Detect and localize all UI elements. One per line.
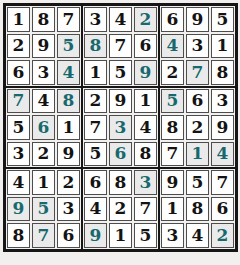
cell-r8c7[interactable]: 1 (161, 197, 184, 222)
cell-r5c7[interactable]: 8 (161, 115, 184, 140)
cell-r9c9[interactable]: 2 (211, 223, 234, 248)
cell-r7c8[interactable]: 5 (186, 170, 209, 195)
cell-r9c1[interactable]: 8 (7, 223, 30, 248)
cell-r5c6[interactable]: 4 (134, 115, 157, 140)
cell-r7c4[interactable]: 6 (84, 170, 107, 195)
cell-r1c1[interactable]: 1 (7, 7, 30, 32)
cell-r6c9[interactable]: 4 (211, 142, 234, 167)
cell-r6c7[interactable]: 7 (161, 142, 184, 167)
box-1: 187295634 (6, 6, 81, 86)
cell-r2c3[interactable]: 5 (57, 34, 80, 59)
cell-r5c2[interactable]: 6 (32, 115, 55, 140)
cell-r4c4[interactable]: 2 (84, 89, 107, 114)
cell-r8c3[interactable]: 3 (57, 197, 80, 222)
cell-r6c2[interactable]: 2 (32, 142, 55, 167)
cell-r8c8[interactable]: 8 (186, 197, 209, 222)
cell-r5c1[interactable]: 5 (7, 115, 30, 140)
box-7: 412953876 (6, 169, 81, 249)
cell-r2c9[interactable]: 1 (211, 34, 234, 59)
box-4: 748561329 (6, 88, 81, 168)
cell-r8c1[interactable]: 9 (7, 197, 30, 222)
cell-r5c4[interactable]: 7 (84, 115, 107, 140)
cell-r3c6[interactable]: 9 (134, 60, 157, 85)
cell-r4c5[interactable]: 9 (109, 89, 132, 114)
cell-r8c5[interactable]: 2 (109, 197, 132, 222)
cell-r7c6[interactable]: 3 (134, 170, 157, 195)
cell-r7c9[interactable]: 7 (211, 170, 234, 195)
cell-r9c4[interactable]: 9 (84, 223, 107, 248)
cell-r4c2[interactable]: 4 (32, 89, 55, 114)
cell-r8c2[interactable]: 5 (32, 197, 55, 222)
cell-r4c3[interactable]: 8 (57, 89, 80, 114)
cell-r3c3[interactable]: 4 (57, 60, 80, 85)
cell-r1c6[interactable]: 2 (134, 7, 157, 32)
cell-r9c3[interactable]: 6 (57, 223, 80, 248)
cell-r6c8[interactable]: 1 (186, 142, 209, 167)
cell-r7c2[interactable]: 1 (32, 170, 55, 195)
cell-r8c9[interactable]: 6 (211, 197, 234, 222)
cell-r2c6[interactable]: 6 (134, 34, 157, 59)
cell-r9c6[interactable]: 5 (134, 223, 157, 248)
cell-r3c1[interactable]: 6 (7, 60, 30, 85)
cell-r2c5[interactable]: 7 (109, 34, 132, 59)
cell-r9c5[interactable]: 1 (109, 223, 132, 248)
cell-r3c7[interactable]: 2 (161, 60, 184, 85)
box-9: 957186342 (160, 169, 235, 249)
cell-r8c6[interactable]: 7 (134, 197, 157, 222)
cell-r2c4[interactable]: 8 (84, 34, 107, 59)
cell-r7c7[interactable]: 9 (161, 170, 184, 195)
box-3: 695431278 (160, 6, 235, 86)
cell-r7c5[interactable]: 8 (109, 170, 132, 195)
cell-r4c9[interactable]: 3 (211, 89, 234, 114)
cell-r4c6[interactable]: 1 (134, 89, 157, 114)
cell-r5c5[interactable]: 3 (109, 115, 132, 140)
cell-r4c7[interactable]: 5 (161, 89, 184, 114)
cell-r2c2[interactable]: 9 (32, 34, 55, 59)
cell-r2c1[interactable]: 2 (7, 34, 30, 59)
cell-r6c4[interactable]: 5 (84, 142, 107, 167)
cell-r3c2[interactable]: 3 (32, 60, 55, 85)
cell-r7c3[interactable]: 2 (57, 170, 80, 195)
cell-r9c7[interactable]: 3 (161, 223, 184, 248)
sudoku-board: 1872956343428761596954312787485613292917… (3, 3, 238, 252)
cell-r1c7[interactable]: 6 (161, 7, 184, 32)
cell-r1c3[interactable]: 7 (57, 7, 80, 32)
cell-r2c8[interactable]: 3 (186, 34, 209, 59)
cell-r8c4[interactable]: 4 (84, 197, 107, 222)
cell-r1c4[interactable]: 3 (84, 7, 107, 32)
cell-r1c2[interactable]: 8 (32, 7, 55, 32)
cell-r5c8[interactable]: 2 (186, 115, 209, 140)
cell-r6c3[interactable]: 9 (57, 142, 80, 167)
cell-r7c1[interactable]: 4 (7, 170, 30, 195)
cell-r3c4[interactable]: 1 (84, 60, 107, 85)
cell-r3c9[interactable]: 8 (211, 60, 234, 85)
cell-r2c7[interactable]: 4 (161, 34, 184, 59)
box-8: 683427915 (83, 169, 158, 249)
cell-r1c8[interactable]: 9 (186, 7, 209, 32)
cell-r5c3[interactable]: 1 (57, 115, 80, 140)
cell-r6c1[interactable]: 3 (7, 142, 30, 167)
box-6: 563829714 (160, 88, 235, 168)
cell-r9c8[interactable]: 4 (186, 223, 209, 248)
box-5: 291734568 (83, 88, 158, 168)
box-2: 342876159 (83, 6, 158, 86)
cell-r9c2[interactable]: 7 (32, 223, 55, 248)
cell-r6c6[interactable]: 8 (134, 142, 157, 167)
cell-r4c1[interactable]: 7 (7, 89, 30, 114)
cell-r1c5[interactable]: 4 (109, 7, 132, 32)
cell-r5c9[interactable]: 9 (211, 115, 234, 140)
cell-r6c5[interactable]: 6 (109, 142, 132, 167)
cell-r1c9[interactable]: 5 (211, 7, 234, 32)
cell-r3c8[interactable]: 7 (186, 60, 209, 85)
cell-r4c8[interactable]: 6 (186, 89, 209, 114)
cell-r3c5[interactable]: 5 (109, 60, 132, 85)
